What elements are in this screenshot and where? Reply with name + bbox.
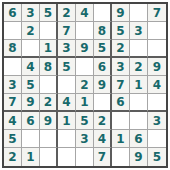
cell-r6c7: 6 xyxy=(112,94,130,112)
cell-r7c9: 3 xyxy=(148,112,166,130)
cell-r8c8: 6 xyxy=(130,130,148,148)
cell-r9c6: 7 xyxy=(94,148,112,166)
cell-r5c7: 7 xyxy=(112,76,130,94)
cell-r3c5: 9 xyxy=(76,40,94,58)
cell-r7c4: 1 xyxy=(58,112,76,130)
cell-r5c6: 9 xyxy=(94,76,112,94)
cell-r3c8[interactable] xyxy=(130,40,148,58)
cell-r6c5: 1 xyxy=(76,94,94,112)
cell-r7c6: 2 xyxy=(94,112,112,130)
cell-r4c9: 9 xyxy=(148,58,166,76)
cell-r6c3: 2 xyxy=(40,94,58,112)
cell-r5c5: 2 xyxy=(76,76,94,94)
cell-r5c1: 3 xyxy=(4,76,22,94)
cell-r8c5: 3 xyxy=(76,130,94,148)
cell-r2c4: 7 xyxy=(58,22,76,40)
cell-r3c6: 5 xyxy=(94,40,112,58)
cell-r5c2: 5 xyxy=(22,76,40,94)
cell-r7c7[interactable] xyxy=(112,112,130,130)
cell-r4c4: 5 xyxy=(58,58,76,76)
cell-r6c6[interactable] xyxy=(94,94,112,112)
cell-r7c2: 6 xyxy=(22,112,40,130)
cell-r8c9[interactable] xyxy=(148,130,166,148)
cell-r7c5: 5 xyxy=(76,112,94,130)
cell-r6c9[interactable] xyxy=(148,94,166,112)
cell-r4c6: 6 xyxy=(94,58,112,76)
cell-r4c3: 8 xyxy=(40,58,58,76)
cell-r8c7: 1 xyxy=(112,130,130,148)
cell-r6c1: 7 xyxy=(4,94,22,112)
cell-r4c2: 4 xyxy=(22,58,40,76)
cell-r8c1: 5 xyxy=(4,130,22,148)
cell-r9c7[interactable] xyxy=(112,148,130,166)
cell-r2c8: 3 xyxy=(130,22,148,40)
cell-r3c2[interactable] xyxy=(22,40,40,58)
cell-r9c4[interactable] xyxy=(58,148,76,166)
cell-r5c8: 1 xyxy=(130,76,148,94)
cell-r1c7: 9 xyxy=(112,4,130,22)
cell-r3c9[interactable] xyxy=(148,40,166,58)
cell-r1c2: 3 xyxy=(22,4,40,22)
cell-r9c9: 5 xyxy=(148,148,166,166)
cell-r9c2: 1 xyxy=(22,148,40,166)
cell-r2c9[interactable] xyxy=(148,22,166,40)
cell-r3c4: 3 xyxy=(58,40,76,58)
cell-r7c1: 4 xyxy=(4,112,22,130)
cell-r5c4[interactable] xyxy=(58,76,76,94)
cell-r6c4: 4 xyxy=(58,94,76,112)
cell-r9c8: 9 xyxy=(130,148,148,166)
cell-r1c4: 2 xyxy=(58,4,76,22)
cell-r1c1: 6 xyxy=(4,4,22,22)
cell-r6c8[interactable] xyxy=(130,94,148,112)
cell-r5c3[interactable] xyxy=(40,76,58,94)
cell-r1c6[interactable] xyxy=(94,4,112,22)
cell-r9c3[interactable] xyxy=(40,148,58,166)
cell-r1c9: 7 xyxy=(148,4,166,22)
cell-r1c5: 4 xyxy=(76,4,94,22)
cell-r8c4[interactable] xyxy=(58,130,76,148)
cell-r4c7: 3 xyxy=(112,58,130,76)
cell-r1c8[interactable] xyxy=(130,4,148,22)
cell-r7c3: 9 xyxy=(40,112,58,130)
cell-r7c8[interactable] xyxy=(130,112,148,130)
cell-r2c3[interactable] xyxy=(40,22,58,40)
cell-r4c8: 2 xyxy=(130,58,148,76)
cell-r3c3: 1 xyxy=(40,40,58,58)
cell-r4c1[interactable] xyxy=(4,58,22,76)
cell-r8c3[interactable] xyxy=(40,130,58,148)
cell-r2c1[interactable] xyxy=(4,22,22,40)
cell-r9c5[interactable] xyxy=(76,148,94,166)
sudoku-widget: 6352497278538139524856329352971479241646… xyxy=(0,0,166,166)
cell-r1c3: 5 xyxy=(40,4,58,22)
cell-r4c5[interactable] xyxy=(76,58,94,76)
cell-r9c1: 2 xyxy=(4,148,22,166)
cell-r3c7: 2 xyxy=(112,40,130,58)
cell-r5c9: 4 xyxy=(148,76,166,94)
cell-r2c7: 5 xyxy=(112,22,130,40)
cell-r2c6: 8 xyxy=(94,22,112,40)
cell-r8c2[interactable] xyxy=(22,130,40,148)
sudoku-board: 6352497278538139524856329352971479241646… xyxy=(2,2,168,168)
cell-r2c2: 2 xyxy=(22,22,40,40)
cell-r3c1: 8 xyxy=(4,40,22,58)
cell-r6c2: 9 xyxy=(22,94,40,112)
cell-r8c6: 4 xyxy=(94,130,112,148)
cell-r2c5[interactable] xyxy=(76,22,94,40)
